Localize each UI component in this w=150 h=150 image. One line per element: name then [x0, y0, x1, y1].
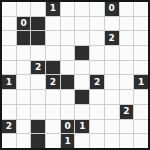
cell-white-r1c5[interactable]	[75, 17, 89, 31]
cell-white-r9c0[interactable]	[2, 134, 16, 148]
cell-white-r7c5[interactable]	[75, 105, 89, 119]
cell-white-r1c6[interactable]	[90, 17, 104, 31]
cell-white-r8c6[interactable]	[90, 120, 104, 134]
cell-white-r9c8[interactable]	[120, 134, 134, 148]
cell-white-r7c1[interactable]	[17, 105, 31, 119]
cell-white-r9c5[interactable]	[75, 134, 89, 148]
cell-white-r7c9[interactable]	[134, 105, 148, 119]
cell-black-r6c5	[75, 90, 89, 104]
cell-clue-r5c9: 1	[134, 75, 148, 89]
cell-white-r4c1[interactable]	[17, 61, 31, 75]
cell-white-r0c2[interactable]	[31, 2, 45, 16]
cell-white-r7c4[interactable]	[61, 105, 75, 119]
cell-white-r0c1[interactable]	[17, 2, 31, 16]
cell-black-r2c1	[17, 31, 31, 45]
cell-white-r0c4[interactable]	[61, 2, 75, 16]
cell-black-r5c4	[61, 75, 75, 89]
cell-white-r5c1[interactable]	[17, 75, 31, 89]
cell-white-r6c7[interactable]	[105, 90, 119, 104]
cell-white-r2c8[interactable]	[120, 31, 134, 45]
cell-clue-r7c8: 2	[120, 105, 134, 119]
cell-white-r3c3[interactable]	[46, 46, 60, 60]
cell-white-r7c7[interactable]	[105, 105, 119, 119]
cell-white-r0c0[interactable]	[2, 2, 16, 16]
cell-white-r0c5[interactable]	[75, 2, 89, 16]
cell-white-r6c2[interactable]	[31, 90, 45, 104]
cell-white-r7c6[interactable]	[90, 105, 104, 119]
cell-white-r4c6[interactable]	[90, 61, 104, 75]
cell-clue-r5c0: 1	[2, 75, 16, 89]
cell-white-r3c1[interactable]	[17, 46, 31, 60]
cell-clue-r8c4: 0	[61, 120, 75, 134]
cell-white-r1c7[interactable]	[105, 17, 119, 31]
cell-white-r8c8[interactable]	[120, 120, 134, 134]
cell-clue-r0c3: 1	[46, 2, 60, 16]
cell-white-r2c5[interactable]	[75, 31, 89, 45]
cell-white-r5c7[interactable]	[105, 75, 119, 89]
cell-white-r8c9[interactable]	[134, 120, 148, 134]
cell-black-r8c2	[31, 120, 45, 134]
cell-white-r8c1[interactable]	[17, 120, 31, 134]
cell-white-r6c6[interactable]	[90, 90, 104, 104]
cell-white-r3c7[interactable]	[105, 46, 119, 60]
cell-white-r2c9[interactable]	[134, 31, 148, 45]
cell-white-r3c8[interactable]	[120, 46, 134, 60]
cell-clue-r5c6: 2	[90, 75, 104, 89]
cell-white-r5c5[interactable]	[75, 75, 89, 89]
cell-white-r9c6[interactable]	[90, 134, 104, 148]
cell-white-r6c4[interactable]	[61, 90, 75, 104]
cell-clue-r0c7: 0	[105, 2, 119, 16]
cell-white-r1c0[interactable]	[2, 17, 16, 31]
cell-white-r8c7[interactable]	[105, 120, 119, 134]
cell-white-r3c2[interactable]	[31, 46, 45, 60]
cell-white-r9c1[interactable]	[17, 134, 31, 148]
cell-white-r6c9[interactable]	[134, 90, 148, 104]
cell-white-r4c9[interactable]	[134, 61, 148, 75]
cell-white-r2c0[interactable]	[2, 31, 16, 45]
cell-white-r5c2[interactable]	[31, 75, 45, 89]
cell-white-r4c4[interactable]	[61, 61, 75, 75]
cell-white-r9c7[interactable]	[105, 134, 119, 148]
cell-white-r4c5[interactable]	[75, 61, 89, 75]
cell-white-r2c6[interactable]	[90, 31, 104, 45]
cell-white-r0c9[interactable]	[134, 2, 148, 16]
cell-white-r6c0[interactable]	[2, 90, 16, 104]
cell-white-r3c6[interactable]	[90, 46, 104, 60]
cell-white-r3c4[interactable]	[61, 46, 75, 60]
cell-clue-r4c2: 2	[31, 61, 45, 75]
cell-black-r3c5	[75, 46, 89, 60]
cell-white-r5c8[interactable]	[120, 75, 134, 89]
cell-white-r1c4[interactable]	[61, 17, 75, 31]
cell-white-r4c7[interactable]	[105, 61, 119, 75]
cell-clue-r9c4: 1	[61, 134, 75, 148]
cell-white-r1c9[interactable]	[134, 17, 148, 31]
cell-white-r6c1[interactable]	[17, 90, 31, 104]
cell-black-r2c2	[31, 31, 45, 45]
cell-white-r7c3[interactable]	[46, 105, 60, 119]
cell-white-r0c8[interactable]	[120, 2, 134, 16]
cell-clue-r8c5: 1	[75, 120, 89, 134]
cell-black-r4c3	[46, 61, 60, 75]
cell-white-r9c9[interactable]	[134, 134, 148, 148]
cell-white-r9c3[interactable]	[46, 134, 60, 148]
cell-white-r2c3[interactable]	[46, 31, 60, 45]
cell-white-r8c3[interactable]	[46, 120, 60, 134]
cell-white-r6c8[interactable]	[120, 90, 134, 104]
cell-black-r9c2	[31, 134, 45, 148]
cell-black-r1c2	[31, 17, 45, 31]
cell-white-r2c4[interactable]	[61, 31, 75, 45]
cell-clue-r8c0: 2	[2, 120, 16, 134]
cell-white-r0c6[interactable]	[90, 2, 104, 16]
akari-board: 10022122122011	[0, 0, 150, 150]
cell-white-r4c0[interactable]	[2, 61, 16, 75]
cell-white-r1c3[interactable]	[46, 17, 60, 31]
cell-white-r3c9[interactable]	[134, 46, 148, 60]
cell-white-r1c8[interactable]	[120, 17, 134, 31]
cell-white-r4c8[interactable]	[120, 61, 134, 75]
cell-white-r3c0[interactable]	[2, 46, 16, 60]
cell-white-r6c3[interactable]	[46, 90, 60, 104]
cell-clue-r2c7: 2	[105, 31, 119, 45]
cell-clue-r1c1: 0	[17, 17, 31, 31]
cell-clue-r5c3: 2	[46, 75, 60, 89]
cell-white-r7c0[interactable]	[2, 105, 16, 119]
cell-white-r7c2[interactable]	[31, 105, 45, 119]
